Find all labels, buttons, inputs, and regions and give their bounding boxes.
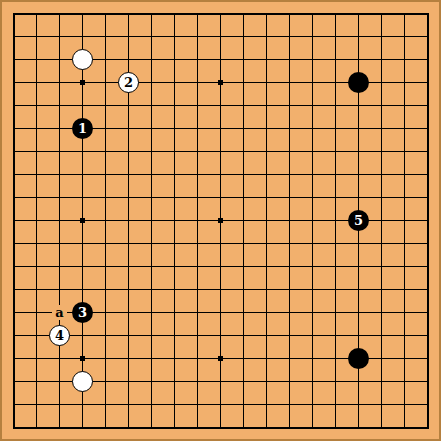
black-stone-move-3: 3 bbox=[72, 302, 93, 323]
black-stone bbox=[348, 348, 369, 369]
black-stone-move-5: 5 bbox=[348, 210, 369, 231]
board-intersection bbox=[347, 347, 370, 370]
board-intersection bbox=[71, 370, 94, 393]
board-intersection: 3 bbox=[71, 301, 94, 324]
black-stone-move-1: 1 bbox=[72, 118, 93, 139]
board-intersection: 1 bbox=[71, 117, 94, 140]
white-stone-move-2: 2 bbox=[118, 72, 139, 93]
board-intersection: 4 bbox=[48, 324, 71, 347]
board-grid: 21534a bbox=[2, 2, 439, 439]
board-intersection: a bbox=[48, 301, 71, 324]
board-intersection bbox=[347, 71, 370, 94]
white-stone bbox=[72, 371, 93, 392]
board-intersection: 2 bbox=[117, 71, 140, 94]
black-stone bbox=[348, 72, 369, 93]
board-intersection bbox=[71, 48, 94, 71]
white-stone bbox=[72, 49, 93, 70]
white-stone-move-4: 4 bbox=[49, 325, 70, 346]
go-board: 21534a bbox=[0, 0, 441, 441]
board-intersection: 5 bbox=[347, 209, 370, 232]
point-label-a: a bbox=[52, 305, 67, 320]
